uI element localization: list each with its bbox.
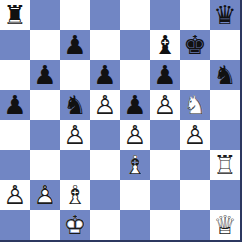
square-h8[interactable]: ♛	[210, 0, 240, 30]
black-pawn-piece[interactable]: ♟	[150, 60, 180, 90]
piece-solid-glyph: ♞	[60, 90, 90, 120]
piece-solid-glyph: ♜	[0, 0, 30, 30]
white-pawn-piece[interactable]: ♟♙	[30, 180, 60, 210]
square-c8[interactable]	[60, 0, 90, 30]
piece-fill-glyph: ♜	[210, 150, 240, 180]
square-e7[interactable]	[120, 30, 150, 60]
piece-fill-glyph: ♟	[180, 120, 210, 150]
square-f8[interactable]	[150, 0, 180, 30]
white-pawn-piece[interactable]: ♟♙	[60, 120, 90, 150]
piece-fill-glyph: ♟	[60, 120, 90, 150]
piece-fill-glyph: ♟	[30, 180, 60, 210]
square-f2[interactable]	[150, 180, 180, 210]
square-b8[interactable]	[30, 0, 60, 30]
piece-outline-glyph: ♙	[90, 90, 120, 120]
square-a3[interactable]	[0, 150, 30, 180]
square-d3[interactable]	[90, 150, 120, 180]
white-pawn-piece[interactable]: ♟♙	[150, 90, 180, 120]
square-g3[interactable]	[180, 150, 210, 180]
square-a2[interactable]: ♟♙	[0, 180, 30, 210]
square-h1[interactable]: ♛♕	[210, 210, 240, 240]
square-g7[interactable]: ♚	[180, 30, 210, 60]
square-b3[interactable]	[30, 150, 60, 180]
black-pawn-piece[interactable]: ♟	[120, 90, 150, 120]
piece-solid-glyph: ♟	[150, 60, 180, 90]
square-b2[interactable]: ♟♙	[30, 180, 60, 210]
square-a8[interactable]: ♜	[0, 0, 30, 30]
white-pawn-piece[interactable]: ♟♙	[90, 90, 120, 120]
piece-fill-glyph: ♚	[60, 210, 90, 240]
black-king-piece[interactable]: ♚	[180, 30, 210, 60]
black-queen-piece[interactable]: ♛	[210, 0, 240, 30]
square-d8[interactable]	[90, 0, 120, 30]
black-knight-piece[interactable]: ♞	[60, 90, 90, 120]
white-bishop-piece[interactable]: ♝♗	[60, 180, 90, 210]
square-g4[interactable]: ♟♙	[180, 120, 210, 150]
piece-outline-glyph: ♘	[180, 90, 210, 120]
piece-outline-glyph: ♙	[120, 120, 150, 150]
black-bishop-piece[interactable]: ♝	[150, 30, 180, 60]
square-c7[interactable]: ♟	[60, 30, 90, 60]
square-g8[interactable]	[180, 0, 210, 30]
square-f1[interactable]	[150, 210, 180, 240]
piece-outline-glyph: ♙	[180, 120, 210, 150]
square-f4[interactable]	[150, 120, 180, 150]
piece-fill-glyph: ♝	[60, 180, 90, 210]
piece-outline-glyph: ♗	[60, 180, 90, 210]
square-c6[interactable]	[60, 60, 90, 90]
square-b7[interactable]	[30, 30, 60, 60]
square-e2[interactable]	[120, 180, 150, 210]
square-e6[interactable]	[120, 60, 150, 90]
square-e4[interactable]: ♟♙	[120, 120, 150, 150]
white-knight-piece[interactable]: ♞♘	[180, 90, 210, 120]
square-e5[interactable]: ♟	[120, 90, 150, 120]
black-rook-piece[interactable]: ♜	[0, 0, 30, 30]
square-c5[interactable]: ♞	[60, 90, 90, 120]
square-d2[interactable]	[90, 180, 120, 210]
piece-fill-glyph: ♝	[120, 150, 150, 180]
piece-solid-glyph: ♟	[60, 30, 90, 60]
piece-fill-glyph: ♛	[210, 210, 240, 240]
piece-solid-glyph: ♟	[120, 90, 150, 120]
piece-solid-glyph: ♟	[90, 60, 120, 90]
piece-solid-glyph: ♚	[180, 30, 210, 60]
square-h2[interactable]	[210, 180, 240, 210]
black-pawn-piece[interactable]: ♟	[60, 30, 90, 60]
piece-outline-glyph: ♔	[60, 210, 90, 240]
piece-solid-glyph: ♞	[210, 60, 240, 90]
piece-outline-glyph: ♗	[120, 150, 150, 180]
square-f5[interactable]: ♟♙	[150, 90, 180, 120]
square-d6[interactable]: ♟	[90, 60, 120, 90]
square-f6[interactable]: ♟	[150, 60, 180, 90]
white-king-piece[interactable]: ♚♔	[60, 210, 90, 240]
square-d7[interactable]	[90, 30, 120, 60]
piece-outline-glyph: ♙	[150, 90, 180, 120]
square-c2[interactable]: ♝♗	[60, 180, 90, 210]
piece-fill-glyph: ♞	[180, 90, 210, 120]
square-b6[interactable]: ♟	[30, 60, 60, 90]
square-e8[interactable]	[120, 0, 150, 30]
black-pawn-piece[interactable]: ♟	[0, 90, 30, 120]
piece-outline-glyph: ♙	[0, 180, 30, 210]
piece-fill-glyph: ♟	[150, 90, 180, 120]
square-h3[interactable]: ♜♖	[210, 150, 240, 180]
square-d1[interactable]	[90, 210, 120, 240]
piece-fill-glyph: ♟	[0, 180, 30, 210]
black-pawn-piece[interactable]: ♟	[90, 60, 120, 90]
black-knight-piece[interactable]: ♞	[210, 60, 240, 90]
piece-outline-glyph: ♙	[60, 120, 90, 150]
square-d4[interactable]	[90, 120, 120, 150]
black-pawn-piece[interactable]: ♟	[30, 60, 60, 90]
chess-board: ♜♛♟♝♚♟♟♟♞♟♞♟♙♟♟♙♞♘♟♙♟♙♟♙♝♗♜♖♟♙♟♙♝♗♚♔♛♕	[0, 0, 242, 242]
piece-solid-glyph: ♝	[150, 30, 180, 60]
square-g5[interactable]: ♞♘	[180, 90, 210, 120]
piece-solid-glyph: ♟	[0, 90, 30, 120]
square-h7[interactable]	[210, 30, 240, 60]
square-a6[interactable]	[0, 60, 30, 90]
piece-solid-glyph: ♟	[30, 60, 60, 90]
square-a4[interactable]	[0, 120, 30, 150]
white-queen-piece[interactable]: ♛♕	[210, 210, 240, 240]
white-pawn-piece[interactable]: ♟♙	[0, 180, 30, 210]
square-e3[interactable]: ♝♗	[120, 150, 150, 180]
square-f7[interactable]: ♝	[150, 30, 180, 60]
square-h6[interactable]: ♞	[210, 60, 240, 90]
square-g2[interactable]	[180, 180, 210, 210]
piece-outline-glyph: ♕	[210, 210, 240, 240]
square-c3[interactable]	[60, 150, 90, 180]
square-a5[interactable]: ♟	[0, 90, 30, 120]
square-h4[interactable]	[210, 120, 240, 150]
square-e1[interactable]	[120, 210, 150, 240]
white-pawn-piece[interactable]: ♟♙	[180, 120, 210, 150]
square-c4[interactable]: ♟♙	[60, 120, 90, 150]
square-g6[interactable]	[180, 60, 210, 90]
white-pawn-piece[interactable]: ♟♙	[120, 120, 150, 150]
piece-solid-glyph: ♛	[210, 0, 240, 30]
white-bishop-piece[interactable]: ♝♗	[120, 150, 150, 180]
piece-fill-glyph: ♟	[120, 120, 150, 150]
square-f3[interactable]	[150, 150, 180, 180]
square-a7[interactable]	[0, 30, 30, 60]
square-b1[interactable]	[30, 210, 60, 240]
square-b4[interactable]	[30, 120, 60, 150]
white-rook-piece[interactable]: ♜♖	[210, 150, 240, 180]
piece-outline-glyph: ♙	[30, 180, 60, 210]
square-c1[interactable]: ♚♔	[60, 210, 90, 240]
square-g1[interactable]	[180, 210, 210, 240]
square-b5[interactable]	[30, 90, 60, 120]
piece-outline-glyph: ♖	[210, 150, 240, 180]
piece-fill-glyph: ♟	[90, 90, 120, 120]
square-h5[interactable]	[210, 90, 240, 120]
square-d5[interactable]: ♟♙	[90, 90, 120, 120]
square-a1[interactable]	[0, 210, 30, 240]
